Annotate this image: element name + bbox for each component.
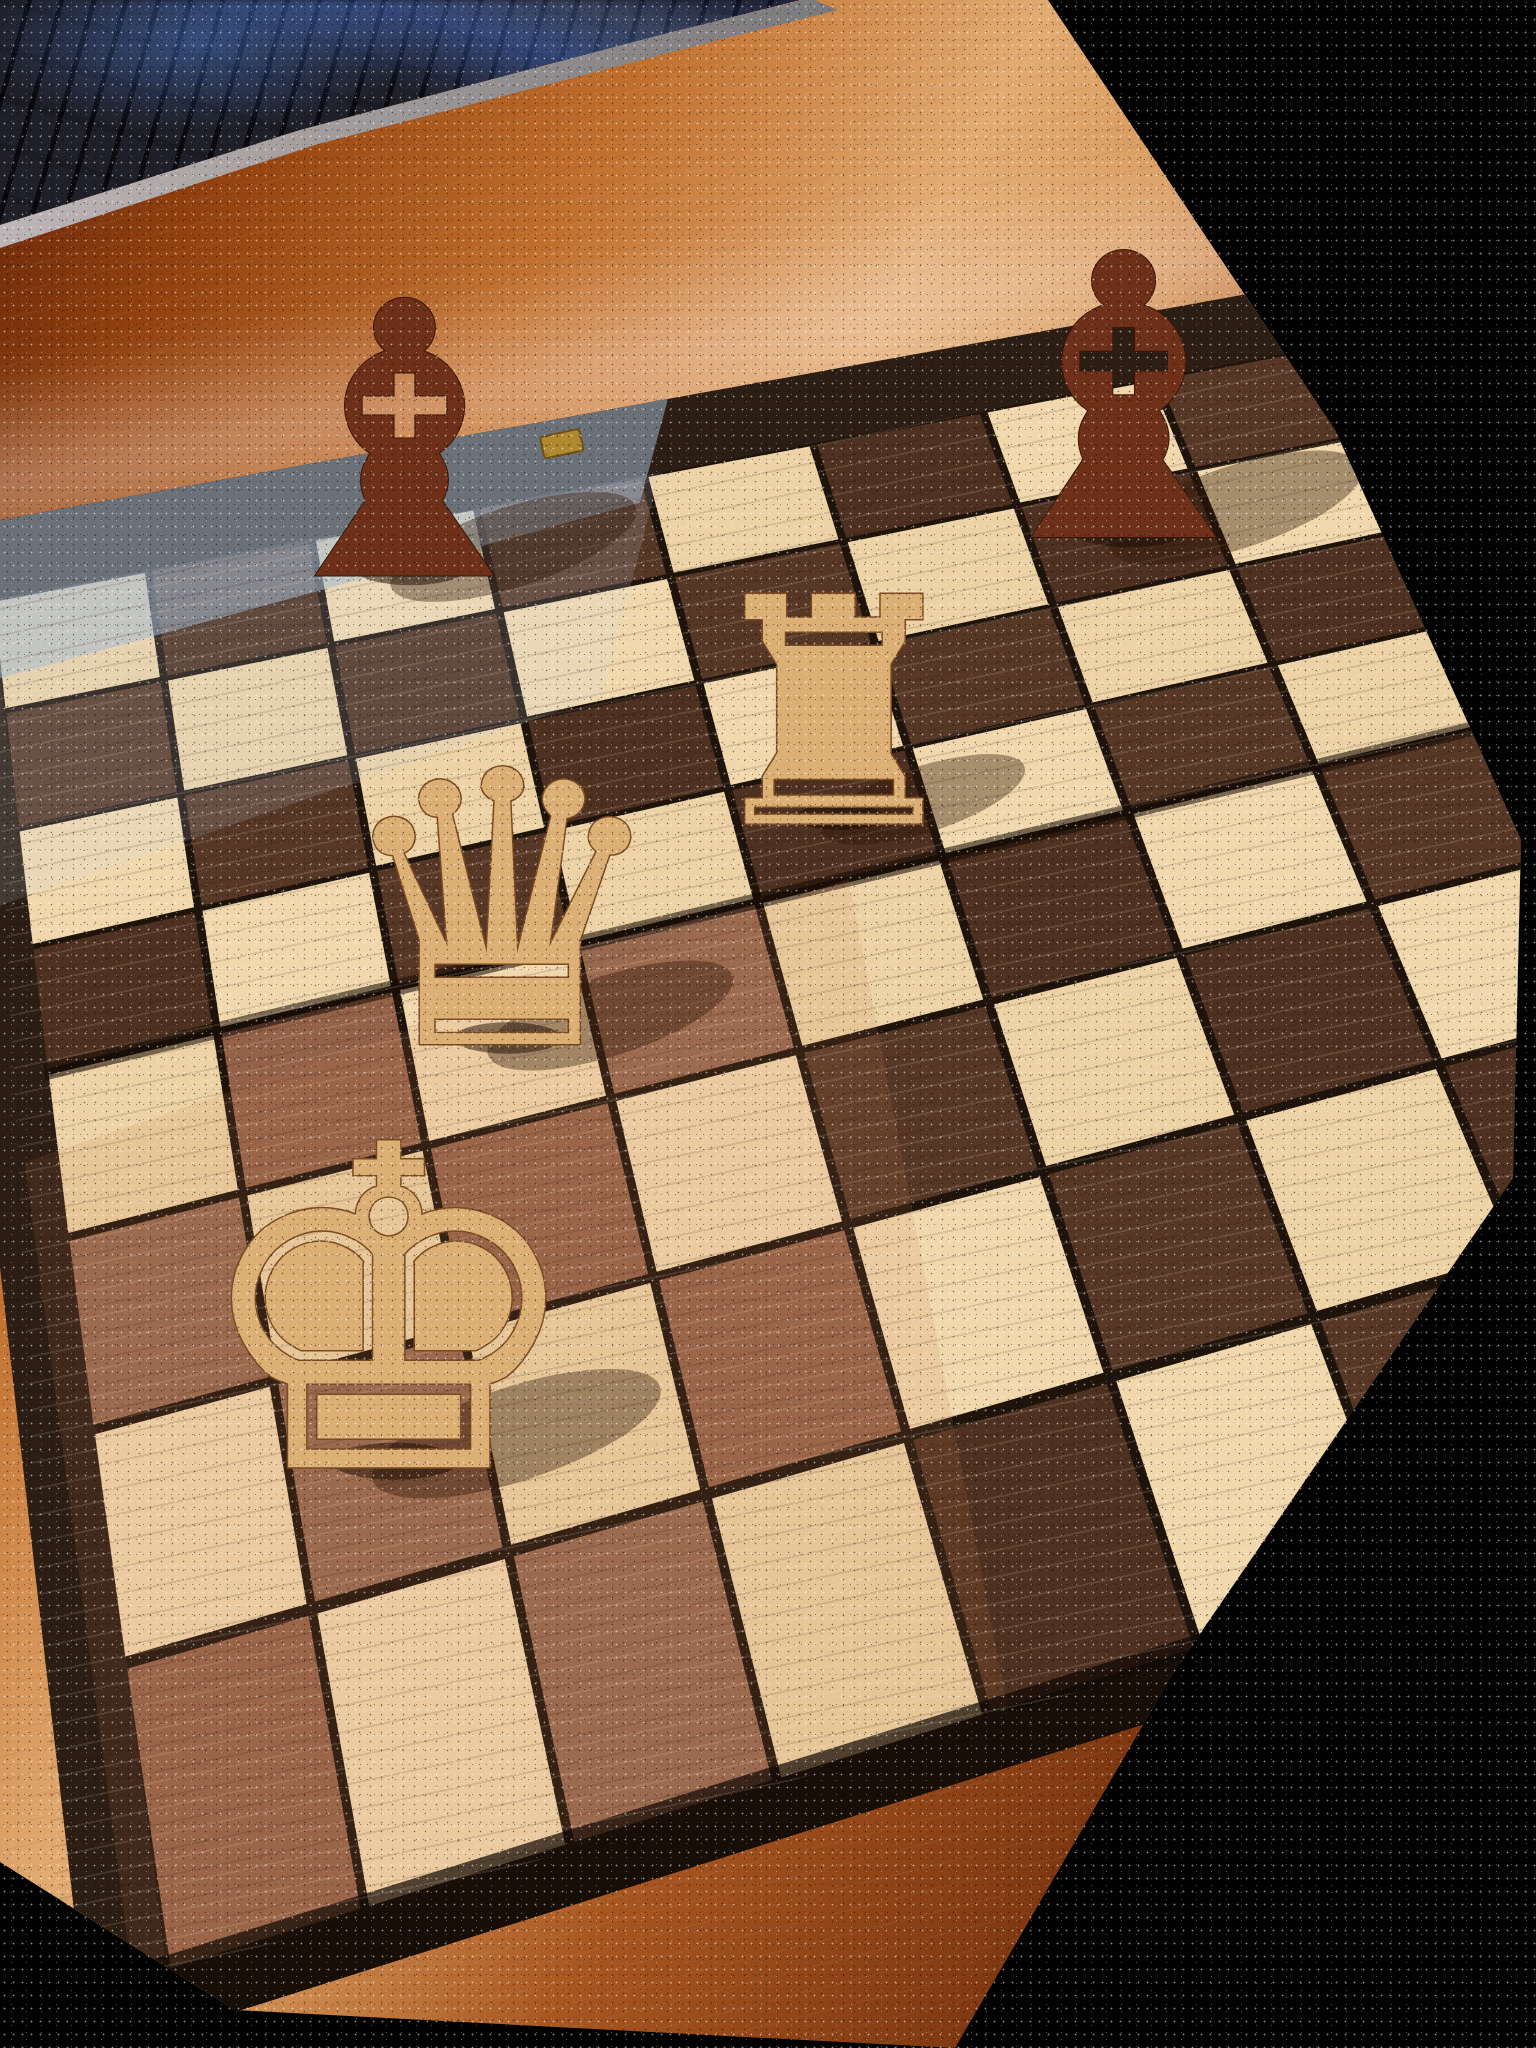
square-h1[interactable] <box>1527 1203 1536 1512</box>
piece-black-bishop[interactable]: ♝ <box>947 172 1299 630</box>
photo: ♝♝♜♛♚ <box>0 0 1536 2048</box>
piece-white-rook[interactable]: ♜ <box>693 532 975 897</box>
piece-black-bishop[interactable]: ♝ <box>234 222 575 665</box>
chess-pieces-layer: ♝♝♜♛♚ <box>0 0 1536 2048</box>
photo-canvas: ♝♝♜♛♚ <box>0 0 1536 2048</box>
piece-white-king[interactable]: ♚ <box>188 1052 589 1572</box>
